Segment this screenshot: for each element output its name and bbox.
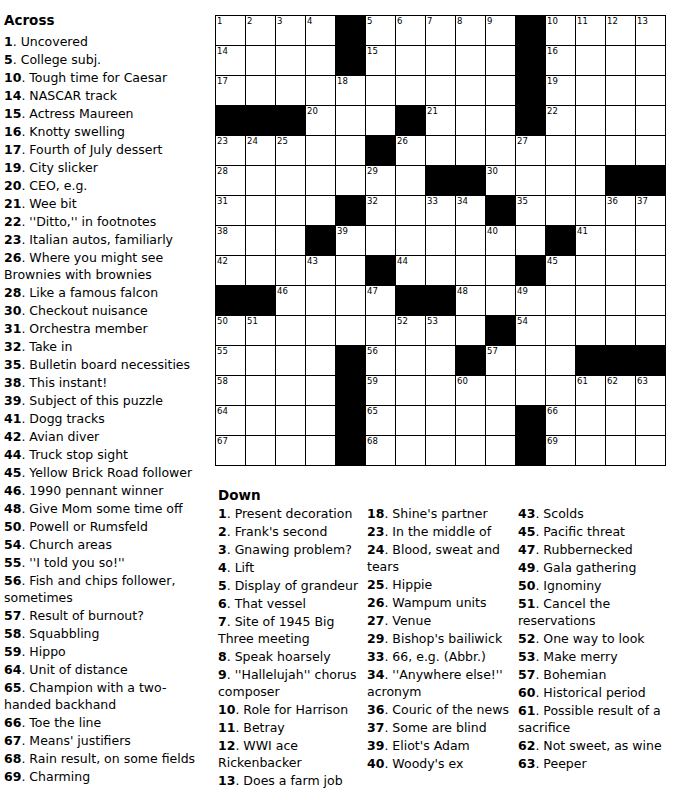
grid-cell[interactable] bbox=[576, 76, 605, 105]
cell-number: 53 bbox=[427, 316, 438, 326]
grid-cell[interactable] bbox=[486, 106, 515, 135]
clue-number: 19 bbox=[4, 160, 21, 175]
clue: 11. Betray bbox=[218, 719, 366, 736]
clue-text: . Rubbernecked bbox=[535, 542, 632, 557]
grid-cell[interactable]: 11 bbox=[576, 16, 605, 45]
grid-cell[interactable]: 48 bbox=[456, 286, 485, 315]
grid-cell[interactable]: 20 bbox=[306, 106, 335, 135]
clue-number: 30 bbox=[4, 303, 21, 318]
grid-cell[interactable]: 29 bbox=[366, 166, 395, 195]
grid-cell[interactable]: 58 bbox=[216, 376, 245, 405]
grid-cell[interactable] bbox=[456, 46, 485, 75]
clue-text: . Lift bbox=[227, 560, 254, 575]
grid-cell[interactable] bbox=[516, 376, 545, 405]
grid-cell[interactable]: 55 bbox=[216, 346, 245, 375]
grid-cell[interactable]: 28 bbox=[216, 166, 245, 195]
grid-cell[interactable]: 26 bbox=[396, 136, 425, 165]
grid-cell[interactable] bbox=[396, 166, 425, 195]
black-square bbox=[336, 46, 365, 75]
grid-cell[interactable] bbox=[606, 256, 635, 285]
grid-cell[interactable] bbox=[306, 376, 335, 405]
clue-number: 34 bbox=[367, 667, 384, 682]
grid-cell[interactable]: 9 bbox=[486, 16, 515, 45]
grid-cell[interactable] bbox=[576, 406, 605, 435]
clue-text: . Site of 1945 Big Three meeting bbox=[218, 614, 334, 646]
clue: 66. Toe the line bbox=[4, 714, 215, 731]
cell-number: 47 bbox=[367, 286, 378, 296]
cell-number: 15 bbox=[367, 46, 378, 56]
cell-number: 58 bbox=[217, 376, 228, 386]
cell-number: 30 bbox=[487, 166, 498, 176]
grid-cell[interactable] bbox=[396, 436, 425, 465]
grid-cell[interactable] bbox=[636, 406, 665, 435]
grid-cell[interactable] bbox=[486, 406, 515, 435]
grid-cell[interactable]: 16 bbox=[546, 46, 575, 75]
grid-cell[interactable] bbox=[546, 196, 575, 225]
grid-cell[interactable] bbox=[636, 286, 665, 315]
clue: 39. Subject of this puzzle bbox=[4, 392, 215, 409]
clue: 17. Fourth of July dessert bbox=[4, 141, 215, 158]
grid-cell[interactable] bbox=[396, 406, 425, 435]
black-square bbox=[606, 166, 635, 195]
grid-cell[interactable]: 27 bbox=[516, 136, 545, 165]
clue-number: 42 bbox=[4, 429, 21, 444]
clue-number: 27 bbox=[367, 613, 384, 628]
grid-cell[interactable]: 6 bbox=[396, 16, 425, 45]
grid-cell[interactable]: 44 bbox=[396, 256, 425, 285]
grid-cell[interactable] bbox=[636, 76, 665, 105]
grid-cell[interactable] bbox=[426, 46, 455, 75]
grid-cell[interactable] bbox=[456, 256, 485, 285]
grid-cell[interactable] bbox=[396, 196, 425, 225]
grid-cell[interactable]: 53 bbox=[426, 316, 455, 345]
black-square bbox=[336, 346, 365, 375]
clue-text: . Eliot's Adam bbox=[384, 738, 469, 753]
clue: 29. Bishop's bailiwick bbox=[367, 630, 515, 647]
grid-cell[interactable] bbox=[576, 46, 605, 75]
black-square bbox=[456, 166, 485, 195]
clue: 16. Knotty swelling bbox=[4, 123, 215, 140]
grid-cell[interactable] bbox=[486, 376, 515, 405]
grid-cell[interactable]: 5 bbox=[366, 16, 395, 45]
grid-cell[interactable] bbox=[546, 346, 575, 375]
black-square bbox=[336, 196, 365, 225]
grid-cell[interactable]: 10 bbox=[546, 16, 575, 45]
grid-cell[interactable]: 7 bbox=[426, 16, 455, 45]
grid-cell[interactable]: 1 bbox=[216, 16, 245, 45]
grid-cell[interactable] bbox=[426, 376, 455, 405]
clue-number: 49 bbox=[518, 560, 535, 575]
grid-cell[interactable] bbox=[576, 136, 605, 165]
black-square bbox=[636, 346, 665, 375]
clue: 68. Rain result, on some fields bbox=[4, 750, 215, 767]
grid-cell[interactable] bbox=[576, 196, 605, 225]
grid-cell[interactable] bbox=[486, 436, 515, 465]
grid-cell[interactable]: 61 bbox=[576, 376, 605, 405]
grid-cell[interactable] bbox=[426, 436, 455, 465]
grid-cell[interactable]: 38 bbox=[216, 226, 245, 255]
clue: 1. Present decoration bbox=[218, 505, 366, 522]
cell-number: 59 bbox=[367, 376, 378, 386]
grid-cell[interactable]: 37 bbox=[636, 196, 665, 225]
grid-cell[interactable]: 23 bbox=[216, 136, 245, 165]
grid-cell[interactable] bbox=[606, 46, 635, 75]
grid-cell[interactable] bbox=[246, 76, 275, 105]
grid-cell[interactable]: 2 bbox=[246, 16, 275, 45]
grid-cell[interactable] bbox=[486, 286, 515, 315]
grid-cell[interactable] bbox=[336, 256, 365, 285]
cell-number: 46 bbox=[277, 286, 288, 296]
grid-cell[interactable]: 41 bbox=[576, 226, 605, 255]
clue-number: 21 bbox=[4, 196, 21, 211]
clue-number: 35 bbox=[4, 357, 21, 372]
grid-cell[interactable] bbox=[246, 46, 275, 75]
grid-cell[interactable] bbox=[306, 76, 335, 105]
black-square bbox=[516, 436, 545, 465]
clue: 47. Rubbernecked bbox=[518, 541, 675, 558]
grid-cell[interactable] bbox=[636, 316, 665, 345]
across-clue-list: 1. Uncovered5. College subj.10. Tough ti… bbox=[4, 33, 215, 785]
grid-cell[interactable] bbox=[396, 76, 425, 105]
grid-cell[interactable]: 62 bbox=[606, 376, 635, 405]
grid-cell[interactable] bbox=[306, 166, 335, 195]
grid-cell[interactable]: 15 bbox=[366, 46, 395, 75]
grid-cell[interactable]: 3 bbox=[276, 16, 305, 45]
grid-cell[interactable]: 36 bbox=[606, 196, 635, 225]
grid-cell[interactable] bbox=[546, 166, 575, 195]
grid-cell[interactable] bbox=[606, 226, 635, 255]
clue: 26. Wampum units bbox=[367, 594, 515, 611]
clue-text: . Gnawing problem? bbox=[227, 542, 352, 557]
black-square bbox=[336, 406, 365, 435]
grid-cell[interactable] bbox=[306, 286, 335, 315]
black-square bbox=[426, 166, 455, 195]
grid-cell[interactable] bbox=[456, 436, 485, 465]
grid-cell[interactable] bbox=[576, 316, 605, 345]
grid-cell[interactable] bbox=[246, 256, 275, 285]
grid-cell[interactable]: 22 bbox=[546, 106, 575, 135]
clue: 23. In the middle of bbox=[367, 523, 515, 540]
clue-text: . Historical period bbox=[535, 685, 645, 700]
clue-text: . Make merry bbox=[535, 649, 617, 664]
grid-cell[interactable] bbox=[426, 76, 455, 105]
grid-cell[interactable] bbox=[456, 226, 485, 255]
grid-cell[interactable] bbox=[366, 226, 395, 255]
grid-cell[interactable] bbox=[336, 136, 365, 165]
grid-cell[interactable] bbox=[606, 76, 635, 105]
clue: 42. Avian diver bbox=[4, 428, 215, 445]
grid-cell[interactable] bbox=[606, 406, 635, 435]
grid-cell[interactable] bbox=[276, 46, 305, 75]
cell-number: 38 bbox=[217, 226, 228, 236]
grid-cell[interactable] bbox=[366, 76, 395, 105]
clue-text: . Shine's partner bbox=[384, 506, 487, 521]
grid-cell[interactable] bbox=[546, 286, 575, 315]
grid-cell[interactable]: 40 bbox=[486, 226, 515, 255]
grid-cell[interactable] bbox=[606, 106, 635, 135]
clue-number: 24 bbox=[367, 542, 384, 557]
grid-cell[interactable]: 19 bbox=[546, 76, 575, 105]
grid-cell[interactable]: 8 bbox=[456, 16, 485, 45]
grid-cell[interactable]: 34 bbox=[456, 196, 485, 225]
clue-text: . Like a famous falcon bbox=[21, 285, 158, 300]
grid-cell[interactable] bbox=[606, 316, 635, 345]
grid-cell[interactable] bbox=[246, 346, 275, 375]
grid-cell[interactable]: 56 bbox=[366, 346, 395, 375]
grid-cell[interactable] bbox=[426, 346, 455, 375]
grid-cell[interactable] bbox=[276, 196, 305, 225]
grid-cell[interactable] bbox=[576, 436, 605, 465]
grid-cell[interactable]: 12 bbox=[606, 16, 635, 45]
grid-cell[interactable]: 31 bbox=[216, 196, 245, 225]
grid-cell[interactable]: 67 bbox=[216, 436, 245, 465]
grid-cell[interactable] bbox=[246, 436, 275, 465]
grid-cell[interactable]: 49 bbox=[516, 286, 545, 315]
grid-cell[interactable] bbox=[246, 166, 275, 195]
grid-cell[interactable]: 66 bbox=[546, 406, 575, 435]
cell-number: 3 bbox=[277, 16, 282, 26]
grid-cell[interactable]: 65 bbox=[366, 406, 395, 435]
grid-cell[interactable]: 45 bbox=[546, 256, 575, 285]
clue-number: 53 bbox=[518, 649, 535, 664]
clue-number: 9 bbox=[218, 667, 227, 682]
grid-cell[interactable]: 35 bbox=[516, 196, 545, 225]
grid-cell[interactable] bbox=[306, 136, 335, 165]
grid-cell[interactable] bbox=[396, 376, 425, 405]
grid-cell[interactable]: 24 bbox=[246, 136, 275, 165]
grid-cell[interactable]: 33 bbox=[426, 196, 455, 225]
grid-cell[interactable]: 60 bbox=[456, 376, 485, 405]
black-square bbox=[426, 286, 455, 315]
grid-cell[interactable] bbox=[306, 406, 335, 435]
clue: 59. Hippo bbox=[4, 643, 215, 660]
grid-cell[interactable]: 54 bbox=[516, 316, 545, 345]
grid-cell[interactable]: 59 bbox=[366, 376, 395, 405]
grid-cell[interactable]: 57 bbox=[486, 346, 515, 375]
grid-cell[interactable] bbox=[276, 226, 305, 255]
grid-cell[interactable] bbox=[606, 436, 635, 465]
grid-cell[interactable] bbox=[486, 136, 515, 165]
grid-cell[interactable]: 39 bbox=[336, 226, 365, 255]
clue-text: . Powell or Rumsfeld bbox=[21, 519, 148, 534]
clue: 15. Actress Maureen bbox=[4, 105, 215, 122]
grid-cell[interactable] bbox=[606, 136, 635, 165]
grid-cell[interactable]: 4 bbox=[306, 16, 335, 45]
grid-cell[interactable] bbox=[486, 46, 515, 75]
grid-cell[interactable]: 46 bbox=[276, 286, 305, 315]
clue: 5. College subj. bbox=[4, 51, 215, 68]
grid-cell[interactable] bbox=[396, 46, 425, 75]
cell-number: 67 bbox=[217, 436, 228, 446]
grid-cell[interactable] bbox=[246, 226, 275, 255]
black-square bbox=[336, 376, 365, 405]
clue-number: 43 bbox=[518, 506, 535, 521]
grid-cell[interactable] bbox=[306, 196, 335, 225]
clue-number: 8 bbox=[218, 649, 227, 664]
clue-text: . Wee bit bbox=[21, 196, 76, 211]
grid-cell[interactable] bbox=[276, 436, 305, 465]
grid-cell[interactable] bbox=[276, 316, 305, 345]
grid-cell[interactable] bbox=[306, 436, 335, 465]
grid-cell[interactable] bbox=[246, 196, 275, 225]
grid-cell[interactable] bbox=[426, 226, 455, 255]
grid-cell[interactable] bbox=[246, 406, 275, 435]
cell-number: 35 bbox=[517, 196, 528, 206]
grid-cell[interactable] bbox=[306, 46, 335, 75]
clue: 9. ''Hallelujah'' chorus composer bbox=[218, 666, 366, 700]
grid-cell[interactable] bbox=[276, 166, 305, 195]
grid-cell[interactable] bbox=[246, 376, 275, 405]
grid-cell[interactable] bbox=[516, 166, 545, 195]
crossword-grid[interactable]: 1234567891011121314151617181920212223242… bbox=[215, 15, 666, 466]
cell-number: 50 bbox=[217, 316, 228, 326]
clue: 48. Give Mom some time off bbox=[4, 500, 215, 517]
clue: 57. Result of burnout? bbox=[4, 607, 215, 624]
grid-cell[interactable] bbox=[456, 136, 485, 165]
clue: 39. Eliot's Adam bbox=[367, 737, 515, 754]
grid-cell[interactable] bbox=[636, 226, 665, 255]
clue-text: . Orchestra member bbox=[21, 321, 147, 336]
grid-cell[interactable]: 47 bbox=[366, 286, 395, 315]
cell-number: 2 bbox=[247, 16, 252, 26]
clue-text: . Bulletin board necessities bbox=[21, 357, 190, 372]
grid-cell[interactable]: 50 bbox=[216, 316, 245, 345]
grid-cell[interactable] bbox=[546, 316, 575, 345]
clue: 51. Cancel the reservations bbox=[518, 595, 675, 629]
clue: 64. Unit of distance bbox=[4, 661, 215, 678]
clue-number: 5 bbox=[4, 52, 13, 67]
grid-cell[interactable] bbox=[366, 106, 395, 135]
grid-cell[interactable] bbox=[576, 286, 605, 315]
clue: 50. Ignominy bbox=[518, 577, 675, 594]
grid-cell[interactable]: 14 bbox=[216, 46, 245, 75]
grid-cell[interactable] bbox=[306, 346, 335, 375]
grid-cell[interactable] bbox=[426, 406, 455, 435]
grid-cell[interactable] bbox=[456, 406, 485, 435]
cell-number: 10 bbox=[547, 16, 558, 26]
clue-text: . NASCAR track bbox=[21, 88, 117, 103]
clue-number: 46 bbox=[4, 483, 21, 498]
grid-cell[interactable]: 69 bbox=[546, 436, 575, 465]
black-square bbox=[216, 286, 245, 315]
clue-number: 68 bbox=[4, 751, 21, 766]
black-square bbox=[546, 226, 575, 255]
cell-number: 61 bbox=[577, 376, 588, 386]
clue-number: 44 bbox=[4, 447, 21, 462]
grid-cell[interactable] bbox=[336, 316, 365, 345]
black-square bbox=[396, 286, 425, 315]
grid-cell[interactable] bbox=[396, 346, 425, 375]
grid-cell[interactable] bbox=[276, 76, 305, 105]
clue-number: 39 bbox=[4, 393, 21, 408]
clue-text: . 66, e.g. (Abbr.) bbox=[384, 649, 485, 664]
grid-cell[interactable]: 52 bbox=[396, 316, 425, 345]
grid-cell[interactable] bbox=[516, 346, 545, 375]
clue-number: 15 bbox=[4, 106, 21, 121]
grid-cell[interactable] bbox=[456, 316, 485, 345]
grid-cell[interactable]: 32 bbox=[366, 196, 395, 225]
clue: 57. Bohemian bbox=[518, 666, 675, 683]
grid-cell[interactable] bbox=[306, 316, 335, 345]
grid-cell[interactable]: 68 bbox=[366, 436, 395, 465]
grid-cell[interactable]: 17 bbox=[216, 76, 245, 105]
clue-number: 55 bbox=[4, 555, 21, 570]
clue-text: . Hippo bbox=[21, 644, 65, 659]
grid-cell[interactable]: 21 bbox=[426, 106, 455, 135]
grid-cell[interactable] bbox=[336, 106, 365, 135]
grid-cell[interactable]: 64 bbox=[216, 406, 245, 435]
clue-text: . CEO, e.g. bbox=[21, 178, 87, 193]
grid-cell[interactable] bbox=[486, 76, 515, 105]
clue-text: . Italian autos, familiarly bbox=[21, 232, 173, 247]
clue-number: 61 bbox=[518, 703, 535, 718]
clue-number: 11 bbox=[218, 720, 235, 735]
grid-cell[interactable] bbox=[396, 226, 425, 255]
grid-cell[interactable] bbox=[636, 46, 665, 75]
grid-cell[interactable] bbox=[456, 106, 485, 135]
grid-cell[interactable] bbox=[426, 256, 455, 285]
clue-number: 56 bbox=[4, 573, 21, 588]
grid-cell[interactable] bbox=[576, 256, 605, 285]
grid-cell[interactable]: 42 bbox=[216, 256, 245, 285]
grid-cell[interactable]: 30 bbox=[486, 166, 515, 195]
clue: 24. Blood, sweat and tears bbox=[367, 541, 515, 575]
across-clues-panel: Across 1. Uncovered5. College subj.10. T… bbox=[4, 11, 215, 786]
grid-cell[interactable] bbox=[636, 136, 665, 165]
clue-text: . Scolds bbox=[535, 506, 583, 521]
black-square bbox=[366, 136, 395, 165]
clue-number: 52 bbox=[518, 631, 535, 646]
down-clue-list-col3: 43. Scolds45. Pacific threat47. Rubberne… bbox=[518, 505, 675, 773]
grid-cell[interactable] bbox=[276, 376, 305, 405]
grid-cell[interactable] bbox=[546, 376, 575, 405]
clue-text: . Woody's ex bbox=[384, 756, 463, 771]
cell-number: 18 bbox=[337, 76, 348, 86]
grid-cell[interactable] bbox=[366, 316, 395, 345]
clue-text: . Display of grandeur bbox=[227, 578, 358, 593]
grid-cell[interactable] bbox=[516, 226, 545, 255]
grid-cell[interactable] bbox=[276, 406, 305, 435]
grid-cell[interactable] bbox=[576, 106, 605, 135]
grid-cell[interactable]: 25 bbox=[276, 136, 305, 165]
grid-cell[interactable] bbox=[336, 166, 365, 195]
clue: 5. Display of grandeur bbox=[218, 577, 366, 594]
grid-cell[interactable] bbox=[636, 436, 665, 465]
grid-cell[interactable] bbox=[636, 256, 665, 285]
grid-cell[interactable]: 63 bbox=[636, 376, 665, 405]
grid-cell[interactable]: 18 bbox=[336, 76, 365, 105]
clue-number: 12 bbox=[218, 738, 235, 753]
grid-cell[interactable] bbox=[336, 286, 365, 315]
grid-cell[interactable] bbox=[606, 286, 635, 315]
grid-cell[interactable] bbox=[276, 256, 305, 285]
cell-number: 57 bbox=[487, 346, 498, 356]
grid-cell[interactable] bbox=[636, 106, 665, 135]
cell-number: 22 bbox=[547, 106, 558, 116]
grid-cell[interactable]: 13 bbox=[636, 16, 665, 45]
grid-cell[interactable]: 51 bbox=[246, 316, 275, 345]
grid-cell[interactable] bbox=[486, 256, 515, 285]
grid-cell[interactable] bbox=[456, 76, 485, 105]
clue-text: . Frank's second bbox=[227, 524, 328, 539]
clue-number: 16 bbox=[4, 124, 21, 139]
grid-cell[interactable] bbox=[426, 136, 455, 165]
grid-cell[interactable] bbox=[276, 346, 305, 375]
grid-cell[interactable] bbox=[546, 136, 575, 165]
clue-text: . Gala gathering bbox=[535, 560, 636, 575]
grid-cell[interactable] bbox=[576, 166, 605, 195]
grid-cell[interactable]: 43 bbox=[306, 256, 335, 285]
